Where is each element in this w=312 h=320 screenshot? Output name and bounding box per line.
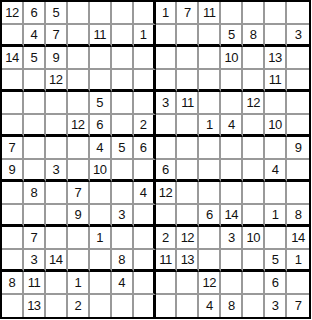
cell-r11c2[interactable]: 7 (24, 227, 46, 250)
given-digit: 11 (203, 6, 216, 19)
cell-r1c6[interactable] (112, 2, 134, 25)
given-digit: 8 (250, 28, 257, 41)
given-digit: 2 (140, 118, 147, 131)
cell-r1c10[interactable]: 11 (199, 2, 221, 25)
cell-r6c9[interactable] (177, 115, 199, 138)
given-digit: 6 (31, 6, 38, 19)
cell-r10c12[interactable] (243, 205, 265, 228)
cell-r1c14[interactable] (287, 2, 309, 25)
cell-r6c14[interactable] (287, 115, 309, 138)
cell-r9c14[interactable] (287, 182, 309, 205)
given-digit: 7 (52, 28, 59, 41)
cell-r13c2[interactable]: 11 (24, 272, 46, 295)
given-digit: 8 (228, 299, 235, 312)
given-digit: 6 (162, 163, 169, 176)
given-digit: 7 (31, 231, 38, 244)
cell-r8c5[interactable]: 10 (90, 160, 112, 183)
cell-r9c11[interactable] (221, 182, 243, 205)
cell-r9c9[interactable] (177, 182, 199, 205)
cell-r7c12[interactable] (243, 137, 265, 160)
cell-r13c4[interactable]: 1 (68, 272, 90, 295)
cell-r12c4[interactable] (68, 250, 90, 273)
cell-r2c3[interactable]: 7 (46, 25, 68, 48)
cell-r9c13[interactable] (265, 182, 287, 205)
given-digit: 14 (49, 253, 62, 266)
cell-r11c9[interactable]: 12 (177, 227, 199, 250)
cell-r5c4[interactable] (68, 92, 90, 115)
cell-r1c3[interactable]: 5 (46, 2, 68, 25)
cell-r6c5[interactable]: 6 (90, 115, 112, 138)
cell-r7c14[interactable]: 9 (287, 137, 309, 160)
given-digit: 7 (74, 186, 81, 199)
cell-r3c1[interactable]: 14 (2, 47, 24, 70)
cell-r11c13[interactable] (265, 227, 287, 250)
cell-r9c6[interactable] (112, 182, 134, 205)
given-digit: 5 (118, 141, 125, 154)
given-digit: 11 (28, 276, 41, 289)
cell-r9c3[interactable] (46, 182, 68, 205)
given-digit: 11 (93, 28, 106, 41)
given-digit: 11 (181, 96, 194, 109)
given-digit: 12 (159, 186, 172, 199)
cell-r8c4[interactable] (68, 160, 90, 183)
cell-r5c2[interactable] (24, 92, 46, 115)
sudoku-board: 1265171147111583145910131211531112126214… (0, 0, 311, 319)
given-digit: 6 (140, 141, 147, 154)
cell-r14c14[interactable]: 7 (287, 295, 309, 318)
cell-r2c12[interactable]: 8 (243, 25, 265, 48)
cell-r13c13[interactable]: 6 (265, 272, 287, 295)
cell-r12c13[interactable]: 5 (265, 250, 287, 273)
given-digit: 4 (96, 141, 103, 154)
given-digit: 3 (118, 208, 125, 221)
given-digit: 7 (9, 141, 16, 154)
cell-r13c3[interactable] (46, 272, 68, 295)
cell-r12c2[interactable]: 3 (24, 250, 46, 273)
given-digit: 9 (74, 208, 81, 221)
cell-r6c8[interactable] (156, 115, 178, 138)
cell-r6c4[interactable]: 12 (68, 115, 90, 138)
cell-r11c5[interactable]: 1 (90, 227, 112, 250)
cell-r10c3[interactable] (46, 205, 68, 228)
cell-r8c6[interactable] (112, 160, 134, 183)
cell-r4c7[interactable] (134, 70, 156, 93)
given-digit: 14 (225, 208, 238, 221)
given-digit: 4 (140, 186, 147, 199)
given-digit: 3 (52, 163, 59, 176)
given-digit: 7 (295, 299, 302, 312)
given-digit: 4 (206, 299, 213, 312)
given-digit: 10 (225, 51, 238, 64)
cell-r3c8[interactable] (156, 47, 178, 70)
cell-r8c11[interactable] (221, 160, 243, 183)
cell-r4c14[interactable] (287, 70, 309, 93)
cell-r2c11[interactable]: 5 (221, 25, 243, 48)
cell-r4c6[interactable] (112, 70, 134, 93)
cell-r14c11[interactable]: 8 (221, 295, 243, 318)
cell-r1c12[interactable] (243, 2, 265, 25)
cell-r8c7[interactable] (134, 160, 156, 183)
cell-r3c12[interactable] (243, 47, 265, 70)
cell-r3c5[interactable] (90, 47, 112, 70)
given-digit: 1 (162, 6, 169, 19)
cell-r13c1[interactable]: 8 (2, 272, 24, 295)
cell-r3c3[interactable]: 9 (46, 47, 68, 70)
cell-r12c5[interactable] (90, 250, 112, 273)
cell-r8c8[interactable]: 6 (156, 160, 178, 183)
given-digit: 12 (246, 96, 259, 109)
cell-r3c6[interactable] (112, 47, 134, 70)
cell-r10c13[interactable]: 1 (265, 205, 287, 228)
given-digit: 14 (5, 51, 18, 64)
cell-r11c10[interactable] (199, 227, 221, 250)
cell-r5c8[interactable]: 3 (156, 92, 178, 115)
given-digit: 9 (295, 141, 302, 154)
cell-r5c1[interactable] (2, 92, 24, 115)
cell-r7c10[interactable] (199, 137, 221, 160)
cell-r9c8[interactable]: 12 (156, 182, 178, 205)
cell-r13c9[interactable] (177, 272, 199, 295)
given-digit: 8 (118, 253, 125, 266)
cell-r5c6[interactable] (112, 92, 134, 115)
cell-r7c9[interactable] (177, 137, 199, 160)
cell-r13c11[interactable] (221, 272, 243, 295)
given-digit: 8 (295, 208, 302, 221)
given-digit: 4 (272, 163, 279, 176)
given-digit: 12 (49, 73, 62, 86)
cell-r11c1[interactable] (2, 227, 24, 250)
cell-r3c2[interactable]: 5 (24, 47, 46, 70)
cell-r8c3[interactable]: 3 (46, 160, 68, 183)
cell-r12c10[interactable] (199, 250, 221, 273)
cell-r9c5[interactable] (90, 182, 112, 205)
cell-r8c10[interactable] (199, 160, 221, 183)
cell-r1c2[interactable]: 6 (24, 2, 46, 25)
cell-r8c12[interactable] (243, 160, 265, 183)
cell-r13c14[interactable] (287, 272, 309, 295)
given-digit: 5 (96, 96, 103, 109)
cell-r10c2[interactable] (24, 205, 46, 228)
cell-r11c3[interactable] (46, 227, 68, 250)
cell-r12c6[interactable]: 8 (112, 250, 134, 273)
cell-r12c11[interactable] (221, 250, 243, 273)
given-digit: 6 (272, 276, 279, 289)
cell-r1c9[interactable]: 7 (177, 2, 199, 25)
cell-r5c5[interactable]: 5 (90, 92, 112, 115)
cell-r3c10[interactable] (199, 47, 221, 70)
given-digit: 2 (74, 299, 81, 312)
cell-r7c11[interactable] (221, 137, 243, 160)
cell-r4c1[interactable] (2, 70, 24, 93)
cell-r2c4[interactable] (68, 25, 90, 48)
given-digit: 3 (31, 253, 38, 266)
cell-r3c14[interactable] (287, 47, 309, 70)
cell-r7c8[interactable] (156, 137, 178, 160)
cell-r3c4[interactable] (68, 47, 90, 70)
given-digit: 3 (295, 28, 302, 41)
given-digit: 5 (272, 253, 279, 266)
cell-r11c6[interactable] (112, 227, 134, 250)
cell-r4c12[interactable] (243, 70, 265, 93)
cell-r6c12[interactable] (243, 115, 265, 138)
given-digit: 5 (31, 51, 38, 64)
given-digit: 10 (268, 118, 281, 131)
cell-r14c4[interactable]: 2 (68, 295, 90, 318)
cell-r2c5[interactable]: 11 (90, 25, 112, 48)
cell-r2c9[interactable] (177, 25, 199, 48)
cell-r5c7[interactable] (134, 92, 156, 115)
cell-r4c8[interactable] (156, 70, 178, 93)
given-digit: 5 (228, 28, 235, 41)
cell-r5c12[interactable]: 12 (243, 92, 265, 115)
given-digit: 12 (203, 276, 216, 289)
cell-r14c2[interactable]: 13 (24, 295, 46, 318)
cell-r9c7[interactable]: 4 (134, 182, 156, 205)
cell-r14c9[interactable] (177, 295, 199, 318)
cell-r7c13[interactable] (265, 137, 287, 160)
cell-r7c1[interactable]: 7 (2, 137, 24, 160)
given-digit: 6 (206, 208, 213, 221)
cell-r11c4[interactable] (68, 227, 90, 250)
given-digit: 12 (71, 118, 84, 131)
cell-r7c6[interactable]: 5 (112, 137, 134, 160)
cell-r11c14[interactable]: 14 (287, 227, 309, 250)
cell-r6c1[interactable] (2, 115, 24, 138)
given-digit: 1 (206, 118, 213, 131)
given-digit: 1 (96, 231, 103, 244)
given-digit: 3 (162, 96, 169, 109)
cell-r8c13[interactable]: 4 (265, 160, 287, 183)
cell-r6c6[interactable] (112, 115, 134, 138)
given-digit: 7 (184, 6, 191, 19)
cell-r6c10[interactable]: 1 (199, 115, 221, 138)
cell-r8c1[interactable]: 9 (2, 160, 24, 183)
cell-r14c6[interactable] (112, 295, 134, 318)
cell-r2c10[interactable] (199, 25, 221, 48)
given-digit: 13 (181, 253, 194, 266)
given-digit: 1 (295, 253, 302, 266)
cell-r8c9[interactable] (177, 160, 199, 183)
cell-r13c12[interactable] (243, 272, 265, 295)
given-digit: 1 (74, 276, 81, 289)
cell-r9c12[interactable] (243, 182, 265, 205)
cell-r1c11[interactable] (221, 2, 243, 25)
cell-r4c11[interactable] (221, 70, 243, 93)
cell-r6c13[interactable]: 10 (265, 115, 287, 138)
given-digit: 10 (246, 231, 259, 244)
cell-r12c7[interactable] (134, 250, 156, 273)
given-digit: 1 (272, 208, 279, 221)
cell-r11c8[interactable]: 2 (156, 227, 178, 250)
given-digit: 12 (5, 6, 18, 19)
cell-r2c1[interactable] (2, 25, 24, 48)
cell-r10c4[interactable]: 9 (68, 205, 90, 228)
cell-r5c3[interactable] (46, 92, 68, 115)
given-digit: 5 (52, 6, 59, 19)
cell-r1c13[interactable] (265, 2, 287, 25)
cell-r11c11[interactable]: 3 (221, 227, 243, 250)
cell-r1c7[interactable] (134, 2, 156, 25)
cell-r5c13[interactable] (265, 92, 287, 115)
given-digit: 3 (272, 299, 279, 312)
cell-r14c7[interactable] (134, 295, 156, 318)
cell-r4c2[interactable] (24, 70, 46, 93)
cell-r13c8[interactable] (156, 272, 178, 295)
cell-r7c7[interactable]: 6 (134, 137, 156, 160)
cell-r6c11[interactable]: 4 (221, 115, 243, 138)
cell-r9c4[interactable]: 7 (68, 182, 90, 205)
cell-r10c9[interactable] (177, 205, 199, 228)
cell-r10c6[interactable]: 3 (112, 205, 134, 228)
given-digit: 4 (118, 276, 125, 289)
cell-r11c12[interactable]: 10 (243, 227, 265, 250)
given-digit: 9 (9, 163, 16, 176)
cell-r10c5[interactable] (90, 205, 112, 228)
given-digit: 8 (31, 186, 38, 199)
cell-r7c4[interactable] (68, 137, 90, 160)
given-digit: 11 (269, 73, 282, 86)
cell-r14c3[interactable] (46, 295, 68, 318)
cell-r10c14[interactable]: 8 (287, 205, 309, 228)
cell-r13c10[interactable]: 12 (199, 272, 221, 295)
given-digit: 13 (268, 51, 281, 64)
cell-r13c6[interactable]: 4 (112, 272, 134, 295)
cell-r10c1[interactable] (2, 205, 24, 228)
cell-r14c12[interactable] (243, 295, 265, 318)
cell-r9c2[interactable]: 8 (24, 182, 46, 205)
cell-r4c4[interactable] (68, 70, 90, 93)
cell-r6c2[interactable] (24, 115, 46, 138)
given-digit: 14 (291, 231, 304, 244)
cell-r5c10[interactable] (199, 92, 221, 115)
cell-r7c2[interactable] (24, 137, 46, 160)
cell-r3c11[interactable]: 10 (221, 47, 243, 70)
cell-r14c1[interactable] (2, 295, 24, 318)
cell-r9c1[interactable] (2, 182, 24, 205)
cell-r3c13[interactable]: 13 (265, 47, 287, 70)
cell-r1c4[interactable] (68, 2, 90, 25)
cell-r4c3[interactable]: 12 (46, 70, 68, 93)
given-digit: 3 (228, 231, 235, 244)
cell-r2c13[interactable] (265, 25, 287, 48)
given-digit: 9 (52, 51, 59, 64)
cell-r8c2[interactable] (24, 160, 46, 183)
cell-r2c8[interactable] (156, 25, 178, 48)
cell-r12c14[interactable]: 1 (287, 250, 309, 273)
cell-r3c7[interactable] (134, 47, 156, 70)
cell-r9c10[interactable] (199, 182, 221, 205)
cell-r12c1[interactable] (2, 250, 24, 273)
given-digit: 1 (140, 28, 147, 41)
given-digit: 8 (9, 276, 16, 289)
given-digit: 4 (31, 28, 38, 41)
cell-r5c14[interactable] (287, 92, 309, 115)
cell-r7c5[interactable]: 4 (90, 137, 112, 160)
cell-r14c13[interactable]: 3 (265, 295, 287, 318)
cell-r14c8[interactable] (156, 295, 178, 318)
cell-r6c7[interactable]: 2 (134, 115, 156, 138)
cell-r12c12[interactable] (243, 250, 265, 273)
cell-r4c13[interactable]: 11 (265, 70, 287, 93)
cell-r11c7[interactable] (134, 227, 156, 250)
given-digit: 2 (162, 231, 169, 244)
cell-r12c3[interactable]: 14 (46, 250, 68, 273)
cell-r4c10[interactable] (199, 70, 221, 93)
given-digit: 12 (181, 231, 194, 244)
cell-r5c11[interactable] (221, 92, 243, 115)
cell-r2c14[interactable]: 3 (287, 25, 309, 48)
cell-r1c8[interactable]: 1 (156, 2, 178, 25)
cell-r8c14[interactable] (287, 160, 309, 183)
cell-r10c8[interactable] (156, 205, 178, 228)
cell-r5c9[interactable]: 11 (177, 92, 199, 115)
cell-r4c5[interactable] (90, 70, 112, 93)
cell-r10c10[interactable]: 6 (199, 205, 221, 228)
cell-r12c9[interactable]: 13 (177, 250, 199, 273)
cell-r3c9[interactable] (177, 47, 199, 70)
cell-r10c7[interactable] (134, 205, 156, 228)
given-digit: 13 (27, 299, 40, 312)
cell-r1c5[interactable] (90, 2, 112, 25)
cell-r14c10[interactable]: 4 (199, 295, 221, 318)
cell-r12c8[interactable]: 11 (156, 250, 178, 273)
given-digit: 6 (96, 118, 103, 131)
given-digit: 10 (93, 163, 106, 176)
cell-r10c11[interactable]: 14 (221, 205, 243, 228)
cell-r13c7[interactable] (134, 272, 156, 295)
cell-r6c3[interactable] (46, 115, 68, 138)
cell-r1c1[interactable]: 12 (2, 2, 24, 25)
cell-r14c5[interactable] (90, 295, 112, 318)
cell-r2c7[interactable]: 1 (134, 25, 156, 48)
cell-r13c5[interactable] (90, 272, 112, 295)
cell-r7c3[interactable] (46, 137, 68, 160)
given-digit: 4 (228, 118, 235, 131)
given-digit: 11 (159, 253, 172, 266)
cell-r2c2[interactable]: 4 (24, 25, 46, 48)
cell-r2c6[interactable] (112, 25, 134, 48)
cell-r4c9[interactable] (177, 70, 199, 93)
